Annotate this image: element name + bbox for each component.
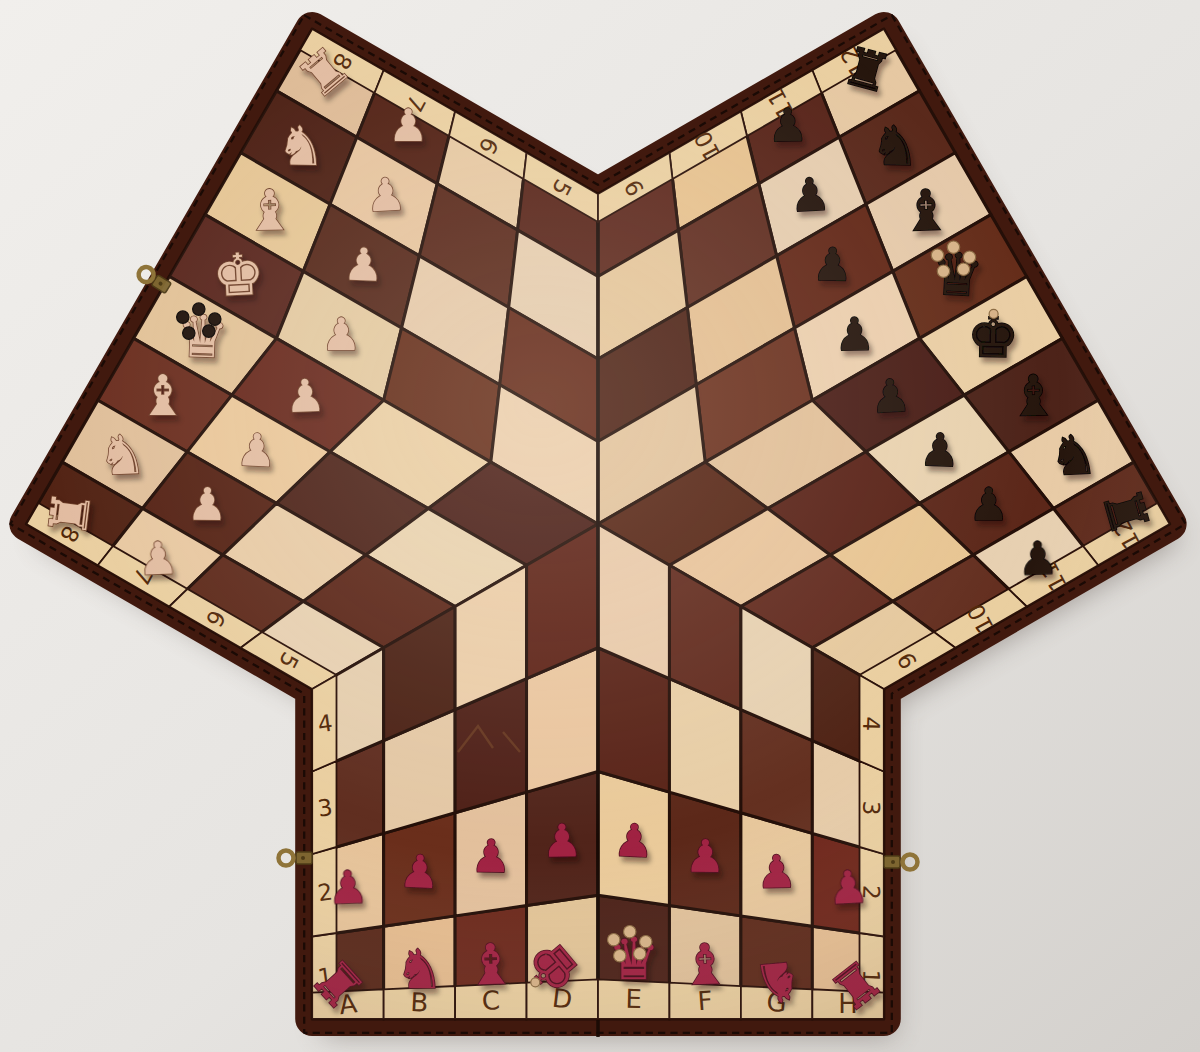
piece-black-pawn-f6[interactable]: ♟ [919,423,961,477]
piece-white-pawn-f3[interactable]: ♟ [342,238,384,292]
bead-white-queen-5 [203,325,215,337]
bead-black-queen-3 [963,251,975,263]
piece-white-knight[interactable]: ♞ [97,423,148,488]
piece-white-pawn-f1[interactable]: ♟ [388,99,428,152]
bead-black-queen-4 [937,265,949,277]
piece-red-pawn-f3[interactable]: ♟ [470,830,511,884]
photo-stage: 876587651211109121110912341234ABCDEFGH♜♜… [0,0,1200,1052]
label-red-rank-4-b: 4 [858,716,884,732]
piece-black-pawn-f2[interactable]: ♟ [789,168,832,223]
piece-black-pawn-f8[interactable]: ♟ [1017,531,1059,585]
bead-red-queen-5 [634,948,646,960]
piece-red-bishop[interactable]: ♝ [679,931,731,998]
bead-red-queen-3 [640,936,652,948]
piece-black-pawn-f3[interactable]: ♟ [812,238,853,292]
piece-red-pawn-f6[interactable]: ♟ [685,830,726,884]
piece-white-pawn-f8[interactable]: ♟ [137,531,179,585]
piece-red-pawn-f7[interactable]: ♟ [756,845,797,899]
piece-red-bishop[interactable]: ♝ [465,931,517,998]
piece-red-pawn-f8[interactable]: ♟ [827,860,870,915]
bead-white-queen-3 [209,313,221,325]
piece-black-pawn-f4[interactable]: ♟ [834,307,875,361]
bead-red-queen-4 [614,950,626,962]
bead-white-queen-4 [183,327,195,339]
piece-white-knight[interactable]: ♞ [276,114,326,178]
label-red-rank-3-b: 3 [858,800,884,816]
piece-white-bishop[interactable]: ♝ [138,363,188,428]
bead-red-queen-1 [608,934,620,946]
piece-red-pawn-f1[interactable]: ♟ [327,860,369,914]
piece-red-pawn-f5[interactable]: ♟ [612,813,655,868]
piece-red-knight[interactable]: ♞ [751,949,805,1016]
piece-red-knight[interactable]: ♞ [395,938,443,1001]
piece-white-pawn-f7[interactable]: ♟ [187,478,228,532]
bead-black-queen-2 [947,241,959,253]
piece-black-knight[interactable]: ♞ [1048,423,1100,488]
piece-white-pawn-f5[interactable]: ♟ [284,369,326,423]
piece-black-pawn-f7[interactable]: ♟ [969,478,1009,531]
piece-red-pawn-f4[interactable]: ♟ [542,814,583,868]
bead-red-queen-2 [624,926,636,938]
bead-black-queen-1 [931,249,943,261]
piece-red-pawn-f2[interactable]: ♟ [398,844,441,899]
bead-black-queen-5 [957,263,969,275]
piece-black-bishop[interactable]: ♝ [1008,363,1059,429]
piece-white-rook[interactable]: ♜ [37,487,102,541]
bead-white-queen-1 [177,311,189,323]
king-cross-black [989,309,998,318]
piece-black-pawn-f5[interactable]: ♟ [869,369,912,424]
piece-white-pawn-f2[interactable]: ♟ [364,168,407,223]
piece-black-pawn-f1[interactable]: ♟ [767,99,808,153]
piece-white-pawn-f6[interactable]: ♟ [235,423,278,478]
three-player-chess-board: 876587651211109121110912341234ABCDEFGH♜♜… [0,0,1200,1052]
piece-white-bishop[interactable]: ♝ [244,177,295,243]
piece-black-knight[interactable]: ♞ [870,114,920,178]
piece-black-bishop[interactable]: ♝ [900,177,952,244]
piece-white-king[interactable]: ♚ [211,240,266,311]
king-cross-red [531,978,540,987]
bead-white-queen-2 [193,303,205,315]
piece-white-pawn-f4[interactable]: ♟ [321,308,361,361]
